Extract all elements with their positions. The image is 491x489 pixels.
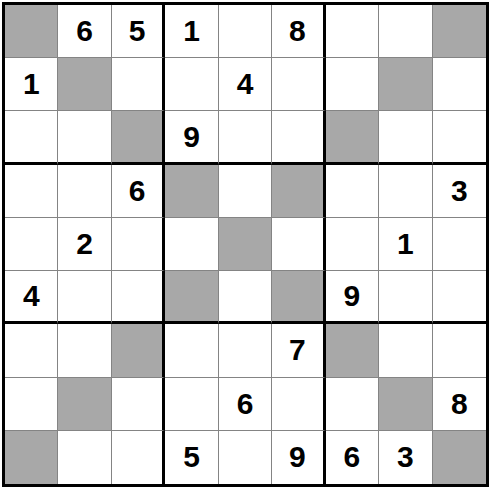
sudoku-board: 65181496321497685963 [2,2,489,487]
cell-r7c4[interactable] [165,324,218,377]
cell-r7c6: 7 [272,324,325,377]
cell-r1c7[interactable] [326,5,379,58]
cell-r7c7[interactable] [326,324,379,377]
cell-r3c4: 9 [165,111,218,164]
cell-r6c5[interactable] [219,271,272,324]
cell-r2c8[interactable] [379,58,432,111]
cell-r5c7[interactable] [326,218,379,271]
cell-r9c6: 9 [272,431,325,484]
cell-r5c9[interactable] [433,218,486,271]
cell-r4c3: 6 [112,165,165,218]
cell-r2c1: 1 [5,58,58,111]
cell-r3c5[interactable] [219,111,272,164]
cell-r5c2: 2 [58,218,111,271]
cell-r5c3[interactable] [112,218,165,271]
cell-r6c4[interactable] [165,271,218,324]
cell-r3c6[interactable] [272,111,325,164]
cell-r4c2[interactable] [58,165,111,218]
cell-r3c8[interactable] [379,111,432,164]
cell-r6c9[interactable] [433,271,486,324]
cell-r5c5[interactable] [219,218,272,271]
cell-r5c8: 1 [379,218,432,271]
cell-r6c3[interactable] [112,271,165,324]
cell-r1c4: 1 [165,5,218,58]
cell-r8c2[interactable] [58,378,111,431]
cell-r4c5[interactable] [219,165,272,218]
cell-r4c6[interactable] [272,165,325,218]
cell-r6c6[interactable] [272,271,325,324]
cell-r8c1[interactable] [5,378,58,431]
cell-r9c2[interactable] [58,431,111,484]
cell-r7c8[interactable] [379,324,432,377]
cell-r3c2[interactable] [58,111,111,164]
cell-r8c5: 6 [219,378,272,431]
cell-r2c7[interactable] [326,58,379,111]
cell-r7c3[interactable] [112,324,165,377]
cell-r3c1[interactable] [5,111,58,164]
cell-r1c8[interactable] [379,5,432,58]
cell-r5c4[interactable] [165,218,218,271]
cell-r9c9[interactable] [433,431,486,484]
cell-r9c1[interactable] [5,431,58,484]
cell-r2c6[interactable] [272,58,325,111]
cell-r8c4[interactable] [165,378,218,431]
cell-r1c3: 5 [112,5,165,58]
cell-r3c7[interactable] [326,111,379,164]
cell-r9c3[interactable] [112,431,165,484]
cell-r5c1[interactable] [5,218,58,271]
cell-r2c5: 4 [219,58,272,111]
cell-r1c2: 6 [58,5,111,58]
cell-r8c7[interactable] [326,378,379,431]
cell-r4c1[interactable] [5,165,58,218]
cell-r4c7[interactable] [326,165,379,218]
cell-r7c2[interactable] [58,324,111,377]
cell-r1c9[interactable] [433,5,486,58]
cell-r4c4[interactable] [165,165,218,218]
cell-r9c8: 3 [379,431,432,484]
cell-r8c6[interactable] [272,378,325,431]
cell-r9c4: 5 [165,431,218,484]
cell-r1c5[interactable] [219,5,272,58]
cell-r5c6[interactable] [272,218,325,271]
cell-r2c2[interactable] [58,58,111,111]
cell-r3c3[interactable] [112,111,165,164]
cell-r7c9[interactable] [433,324,486,377]
cell-r6c2[interactable] [58,271,111,324]
cell-r8c9: 8 [433,378,486,431]
cell-r4c8[interactable] [379,165,432,218]
cell-r1c6: 8 [272,5,325,58]
cell-r6c7: 9 [326,271,379,324]
cell-r2c3[interactable] [112,58,165,111]
cell-r2c4[interactable] [165,58,218,111]
cell-r9c7: 6 [326,431,379,484]
cell-r7c1[interactable] [5,324,58,377]
cell-r8c3[interactable] [112,378,165,431]
cell-r1c1[interactable] [5,5,58,58]
cell-r9c5[interactable] [219,431,272,484]
cell-r8c8[interactable] [379,378,432,431]
cell-r6c1: 4 [5,271,58,324]
cell-r7c5[interactable] [219,324,272,377]
cell-r3c9[interactable] [433,111,486,164]
cell-r2c9[interactable] [433,58,486,111]
cell-r6c8[interactable] [379,271,432,324]
cell-r4c9: 3 [433,165,486,218]
